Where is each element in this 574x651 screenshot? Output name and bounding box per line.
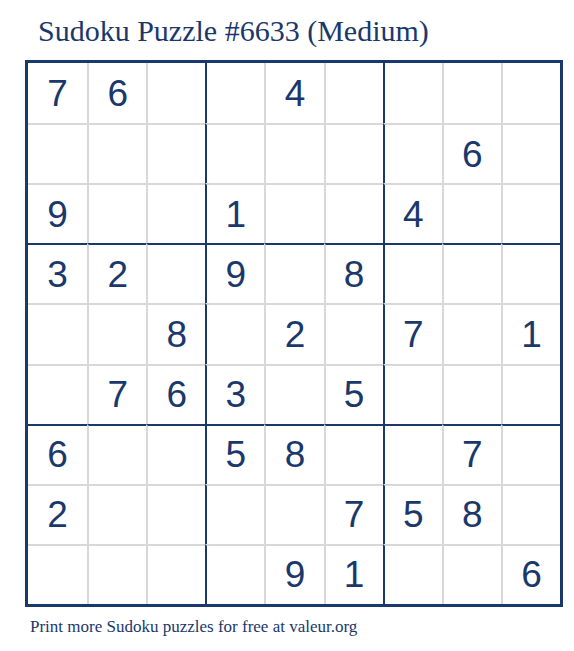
sudoku-cell-r5c9: 1 xyxy=(501,303,560,363)
sudoku-cell-r2c7 xyxy=(383,123,442,183)
sudoku-cell-r2c3 xyxy=(146,123,205,183)
sudoku-cell-r3c5 xyxy=(264,183,323,243)
sudoku-cell-r4c9 xyxy=(501,243,560,303)
sudoku-cell-r6c2: 7 xyxy=(87,364,146,424)
sudoku-cell-r2c1 xyxy=(28,123,87,183)
sudoku-cell-r1c2: 6 xyxy=(87,63,146,123)
sudoku-cell-r6c5 xyxy=(264,364,323,424)
sudoku-cell-r8c2 xyxy=(87,484,146,544)
footer-text: Print more Sudoku puzzles for free at va… xyxy=(30,617,357,637)
sudoku-cell-r6c3: 6 xyxy=(146,364,205,424)
sudoku-cell-r3c3 xyxy=(146,183,205,243)
sudoku-cell-r9c6: 1 xyxy=(324,544,383,604)
sudoku-cell-r1c7 xyxy=(383,63,442,123)
sudoku-cell-r3c9 xyxy=(501,183,560,243)
sudoku-cell-r5c4 xyxy=(205,303,264,363)
sudoku-cell-r9c2 xyxy=(87,544,146,604)
sudoku-cell-r5c7: 7 xyxy=(383,303,442,363)
sudoku-board: 764691432988271763565872758916 xyxy=(25,60,563,607)
sudoku-cell-r4c2: 2 xyxy=(87,243,146,303)
sudoku-cell-r2c8: 6 xyxy=(442,123,501,183)
sudoku-cell-r3c7: 4 xyxy=(383,183,442,243)
sudoku-cell-r6c1 xyxy=(28,364,87,424)
sudoku-cell-r2c9 xyxy=(501,123,560,183)
sudoku-cell-r1c9 xyxy=(501,63,560,123)
sudoku-cell-r3c8 xyxy=(442,183,501,243)
sudoku-cell-r8c4 xyxy=(205,484,264,544)
sudoku-cell-r8c6: 7 xyxy=(324,484,383,544)
sudoku-cell-r1c1: 7 xyxy=(28,63,87,123)
sudoku-cell-r4c7 xyxy=(383,243,442,303)
sudoku-cell-r4c8 xyxy=(442,243,501,303)
sudoku-cell-r6c6: 5 xyxy=(324,364,383,424)
sudoku-cell-r8c7: 5 xyxy=(383,484,442,544)
sudoku-cell-r7c6 xyxy=(324,424,383,484)
sudoku-cell-r7c7 xyxy=(383,424,442,484)
sudoku-cell-r5c5: 2 xyxy=(264,303,323,363)
sudoku-cell-r3c6 xyxy=(324,183,383,243)
sudoku-cell-r2c6 xyxy=(324,123,383,183)
sudoku-cell-r9c4 xyxy=(205,544,264,604)
sudoku-cell-r5c2 xyxy=(87,303,146,363)
sudoku-page: Sudoku Puzzle #6633 (Medium) 76469143298… xyxy=(0,0,574,651)
sudoku-cell-r9c1 xyxy=(28,544,87,604)
sudoku-cell-r2c4 xyxy=(205,123,264,183)
sudoku-cell-r1c4 xyxy=(205,63,264,123)
sudoku-cell-r8c5 xyxy=(264,484,323,544)
sudoku-cell-r3c1: 9 xyxy=(28,183,87,243)
sudoku-cell-r9c3 xyxy=(146,544,205,604)
sudoku-cell-r7c3 xyxy=(146,424,205,484)
sudoku-cell-r7c5: 8 xyxy=(264,424,323,484)
sudoku-cell-r4c4: 9 xyxy=(205,243,264,303)
sudoku-cell-r6c4: 3 xyxy=(205,364,264,424)
sudoku-cell-r4c6: 8 xyxy=(324,243,383,303)
sudoku-cell-r9c5: 9 xyxy=(264,544,323,604)
sudoku-cell-r7c8: 7 xyxy=(442,424,501,484)
sudoku-cell-r8c9 xyxy=(501,484,560,544)
sudoku-cell-r5c8 xyxy=(442,303,501,363)
sudoku-cell-r7c2 xyxy=(87,424,146,484)
sudoku-cell-r1c3 xyxy=(146,63,205,123)
sudoku-cell-r6c9 xyxy=(501,364,560,424)
sudoku-cell-r3c4: 1 xyxy=(205,183,264,243)
sudoku-cell-r3c2 xyxy=(87,183,146,243)
sudoku-cell-r7c1: 6 xyxy=(28,424,87,484)
sudoku-cell-r2c2 xyxy=(87,123,146,183)
sudoku-cell-r4c1: 3 xyxy=(28,243,87,303)
sudoku-cell-r4c5 xyxy=(264,243,323,303)
puzzle-title: Sudoku Puzzle #6633 (Medium) xyxy=(38,14,429,48)
sudoku-cell-r8c3 xyxy=(146,484,205,544)
sudoku-cell-r5c6 xyxy=(324,303,383,363)
sudoku-cell-r9c9: 6 xyxy=(501,544,560,604)
sudoku-cell-r6c7 xyxy=(383,364,442,424)
sudoku-cell-r8c1: 2 xyxy=(28,484,87,544)
sudoku-cell-r8c8: 8 xyxy=(442,484,501,544)
sudoku-cell-r5c1 xyxy=(28,303,87,363)
sudoku-cell-r4c3 xyxy=(146,243,205,303)
sudoku-cell-r7c9 xyxy=(501,424,560,484)
sudoku-cell-r2c5 xyxy=(264,123,323,183)
sudoku-cell-r9c8 xyxy=(442,544,501,604)
sudoku-cell-r1c5: 4 xyxy=(264,63,323,123)
sudoku-cell-r5c3: 8 xyxy=(146,303,205,363)
sudoku-cell-r1c6 xyxy=(324,63,383,123)
sudoku-cell-r6c8 xyxy=(442,364,501,424)
sudoku-cell-r7c4: 5 xyxy=(205,424,264,484)
sudoku-cell-r9c7 xyxy=(383,544,442,604)
sudoku-cell-r1c8 xyxy=(442,63,501,123)
